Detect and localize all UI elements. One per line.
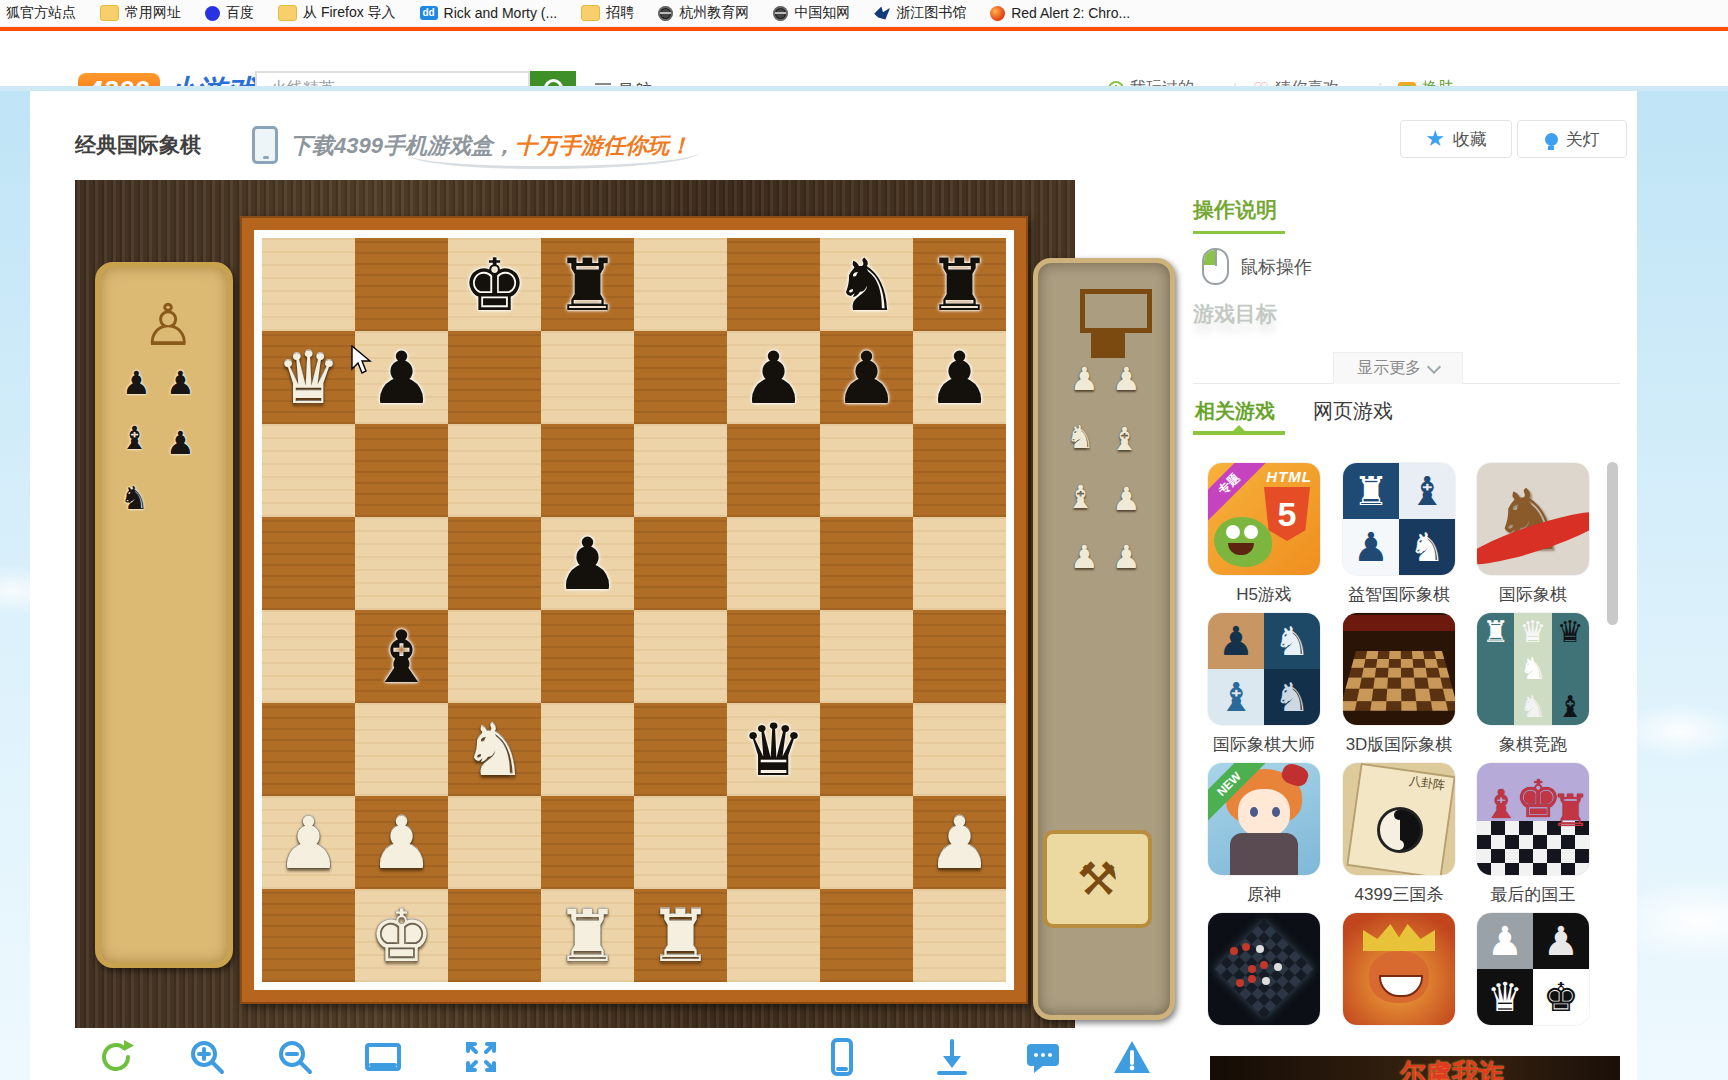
favorite-label: 收藏 <box>1453 128 1487 151</box>
related-game-row4-1[interactable] <box>1343 913 1455 1025</box>
page-title: 经典国际象棋 <box>75 131 201 159</box>
bookmark-招聘[interactable]: 招聘 <box>581 4 634 22</box>
square-c5[interactable] <box>448 517 541 610</box>
related-game-label[interactable]: 最后的国王 <box>1465 883 1601 906</box>
captured-black-tray: ♙ ♟♟♝♟♞ <box>95 262 233 968</box>
related-game-label[interactable]: 益智国际象棋 <box>1331 583 1467 606</box>
related-game-益智国际象棋[interactable]: ♜♝♟♞ <box>1343 463 1455 575</box>
thumb-art-cell: ♞ <box>1264 613 1320 669</box>
square-b3[interactable] <box>355 703 448 796</box>
bookmark-中国知网[interactable]: 中国知网 <box>773 4 850 22</box>
thumb-art <box>1343 913 1455 1025</box>
square-c4[interactable] <box>448 610 541 703</box>
chess-board-border: ♚♜♞♜♛♟♟♟♟♟♝♞♛♟♟♟♚♜♜ <box>254 230 1014 990</box>
square-f7[interactable]: ♟ <box>727 331 820 424</box>
thumb-art-cell: ♛ <box>1552 613 1589 650</box>
square-a2[interactable]: ♟ <box>262 796 355 889</box>
square-f6[interactable] <box>727 424 820 517</box>
show-more-button[interactable]: 显示更多 <box>1333 352 1463 384</box>
lights-off-button[interactable]: 关灯 <box>1517 120 1627 158</box>
related-game-row4-2[interactable]: ♟♟♛♚ <box>1477 913 1589 1025</box>
thumb-art-cell: ♛ <box>1477 969 1533 1025</box>
square-h6[interactable] <box>913 424 1006 517</box>
square-h8[interactable]: ♜ <box>913 238 1006 331</box>
star-icon: ★ <box>1425 130 1445 148</box>
hammer-wrench-icon: ⚒ <box>1077 852 1118 906</box>
square-a8[interactable] <box>262 238 355 331</box>
bookmark-label: Red Alert 2: Chro... <box>1011 5 1130 21</box>
thumb-art: NEW <box>1208 763 1320 875</box>
square-h4[interactable] <box>913 610 1006 703</box>
mouse-operation-label: 鼠标操作 <box>1240 255 1312 279</box>
white-queen-a7[interactable]: ♛ <box>276 342 341 414</box>
white-pawn-b2[interactable]: ♟ <box>369 807 434 879</box>
related-game-label[interactable]: 3D版国际象棋 <box>1331 733 1467 756</box>
chess-board-frame: ♚♜♞♜♛♟♟♟♟♟♝♞♛♟♟♟♚♜♜ <box>240 216 1028 1004</box>
bookmarks-bar: 狐官方站点常用网址百度从 Firefox 导入ddRick and Morty … <box>0 0 1728 27</box>
black-pawn-g7[interactable]: ♟ <box>834 342 899 414</box>
black-king-c8[interactable]: ♚ <box>462 249 527 321</box>
square-c8[interactable]: ♚ <box>448 238 541 331</box>
square-a6[interactable] <box>262 424 355 517</box>
related-game-label[interactable]: 原神 <box>1196 883 1332 906</box>
folder-icon <box>278 5 297 21</box>
bookmark-百度[interactable]: 百度 <box>205 4 254 22</box>
baidu-icon <box>205 6 220 21</box>
square-g1[interactable] <box>820 889 913 982</box>
computer-player-monitor-icon <box>1080 289 1152 333</box>
wing-icon <box>874 7 890 20</box>
square-f4[interactable] <box>727 610 820 703</box>
bookmark-label: Rick and Morty (... <box>444 5 558 21</box>
square-e1[interactable]: ♜ <box>634 889 727 982</box>
thumb-art: ♜♝♟♞ <box>1343 463 1455 575</box>
square-h3[interactable] <box>913 703 1006 796</box>
white-rook-e1[interactable]: ♜ <box>648 900 713 972</box>
thumb-art-cell: ♜ <box>1477 613 1514 650</box>
black-pawn-f7[interactable]: ♟ <box>741 342 806 414</box>
thumb-art <box>1208 913 1320 1025</box>
thumb-art: ♜♛♛♞♞♝ <box>1477 613 1589 725</box>
related-game-国际象棋大师[interactable]: ♟♞♝♞ <box>1208 613 1320 725</box>
instructions-title: 操作说明 <box>1193 196 1277 224</box>
related-game-row4-0[interactable] <box>1208 913 1320 1025</box>
phone-icon <box>252 126 278 164</box>
globe-icon <box>658 6 673 21</box>
square-a3[interactable] <box>262 703 355 796</box>
black-knight-g8[interactable]: ♞ <box>834 249 899 321</box>
square-e4[interactable] <box>634 610 727 703</box>
thumb-art: 八卦阵 <box>1343 763 1455 875</box>
show-more-label: 显示更多 <box>1357 358 1421 379</box>
square-h5[interactable] <box>913 517 1006 610</box>
white-knight-c3[interactable]: ♞ <box>462 714 527 786</box>
square-h2[interactable]: ♟ <box>913 796 1006 889</box>
square-e2[interactable] <box>634 796 727 889</box>
goal-title: 游戏目标 <box>1193 300 1277 328</box>
square-d4[interactable] <box>541 610 634 703</box>
square-g2[interactable] <box>820 796 913 889</box>
captured-white-bishop: ♝ <box>1110 423 1139 455</box>
square-f2[interactable] <box>727 796 820 889</box>
square-d5[interactable]: ♟ <box>541 517 634 610</box>
bookmark-label: 常用网址 <box>125 4 181 22</box>
zoom-out-button[interactable] <box>274 1036 316 1078</box>
related-game-label[interactable]: 国际象棋 <box>1465 583 1601 606</box>
square-b1[interactable]: ♚ <box>355 889 448 982</box>
square-b2[interactable]: ♟ <box>355 796 448 889</box>
thumb-art <box>1343 613 1455 725</box>
settings-tools-button[interactable]: ⚒ <box>1043 830 1152 928</box>
refresh-button[interactable] <box>95 1036 137 1078</box>
square-a1[interactable] <box>262 889 355 982</box>
square-e5[interactable] <box>634 517 727 610</box>
related-game-国际象棋[interactable]: ♞ <box>1477 463 1589 575</box>
square-d8[interactable]: ♜ <box>541 238 634 331</box>
thumb-art-cell <box>1477 650 1514 687</box>
sidebar-scrollbar[interactable] <box>1607 462 1618 625</box>
square-c6[interactable] <box>448 424 541 517</box>
black-bishop-b4[interactable]: ♝ <box>369 621 434 693</box>
square-g6[interactable] <box>820 424 913 517</box>
related-game-label[interactable]: 象棋竞跑 <box>1465 733 1601 756</box>
thumb-art: ♞ <box>1477 463 1589 575</box>
captured-white-pawn: ♟ <box>1112 541 1141 573</box>
black-pawn-h7[interactable]: ♟ <box>927 342 992 414</box>
captured-white-pawn: ♟ <box>1070 363 1099 395</box>
related-game-原神[interactable]: NEW <box>1208 763 1320 875</box>
square-c3[interactable]: ♞ <box>448 703 541 796</box>
captured-black-pawn: ♟ <box>166 367 195 399</box>
square-c1[interactable] <box>448 889 541 982</box>
thumb-art-cell <box>1477 688 1514 725</box>
captured-white-knight: ♞ <box>1066 421 1095 453</box>
captured-black-pawn: ♟ <box>166 427 195 459</box>
white-pawn-h2[interactable]: ♟ <box>927 807 992 879</box>
square-c7[interactable] <box>448 331 541 424</box>
square-g3[interactable] <box>820 703 913 796</box>
square-a5[interactable] <box>262 517 355 610</box>
captured-black-knight: ♞ <box>120 482 149 514</box>
related-game-H5游戏[interactable]: HTML5专题 <box>1208 463 1320 575</box>
globe-icon <box>773 6 788 21</box>
bookmark-狐官方站点[interactable]: 狐官方站点 <box>6 4 76 22</box>
fullscreen-button[interactable] <box>460 1036 502 1078</box>
square-g5[interactable] <box>820 517 913 610</box>
folder-icon <box>581 5 600 21</box>
thumb-art: ♝♚♜ <box>1477 763 1589 875</box>
square-f5[interactable] <box>727 517 820 610</box>
theater-button[interactable] <box>362 1036 404 1078</box>
square-e3[interactable] <box>634 703 727 796</box>
black-rook-h8[interactable]: ♜ <box>927 249 992 321</box>
square-b6[interactable] <box>355 424 448 517</box>
black-player-pawn-icon: ♙ <box>142 291 194 359</box>
square-g4[interactable] <box>820 610 913 703</box>
instructions-underline <box>1193 231 1285 234</box>
bookmark-浙江图书馆[interactable]: 浙江图书馆 <box>874 4 966 22</box>
mouse-icon <box>1202 248 1229 285</box>
bulb-icon <box>1545 133 1558 146</box>
ad-text: 尔虞我诈 <box>1400 1056 1504 1080</box>
site-header: 4399 小游戏 火线精英 导航 我玩过的 | ♡ 猜你喜欢 | 换肤 <box>0 31 1728 86</box>
square-f3[interactable]: ♛ <box>727 703 820 796</box>
bookmark-杭州教育网[interactable]: 杭州教育网 <box>658 4 749 22</box>
square-f8[interactable] <box>727 238 820 331</box>
folder-icon <box>100 5 119 21</box>
bookmark-从 Firefox 导入[interactable]: 从 Firefox 导入 <box>278 4 396 22</box>
related-game-象棋竞跑[interactable]: ♜♛♛♞♞♝ <box>1477 613 1589 725</box>
thumb-art-cell: ♝ <box>1399 463 1455 519</box>
square-e6[interactable] <box>634 424 727 517</box>
thumb-art-cell: ♟ <box>1477 913 1533 969</box>
thumb-art-cell: ♝ <box>1552 688 1589 725</box>
related-game-label[interactable]: 国际象棋大师 <box>1196 733 1332 756</box>
thumb-art-cell: ♞ <box>1264 669 1320 725</box>
bookmark-label: 浙江图书馆 <box>896 4 966 22</box>
square-h7[interactable]: ♟ <box>913 331 1006 424</box>
red-icon <box>990 6 1005 21</box>
bookmark-Rick and Morty (...[interactable]: ddRick and Morty (... <box>420 5 558 21</box>
related-game-label[interactable]: 4399三国杀 <box>1331 883 1467 906</box>
square-c2[interactable] <box>448 796 541 889</box>
thumb-art: ♟♞♝♞ <box>1208 613 1320 725</box>
tab-web-games[interactable]: 网页游戏 <box>1313 398 1393 425</box>
zoom-in-button[interactable] <box>186 1036 228 1078</box>
square-b4[interactable]: ♝ <box>355 610 448 703</box>
square-d7[interactable] <box>541 331 634 424</box>
thumb-art-cell: ♟ <box>1343 519 1399 575</box>
thumb-art-cell: ♟ <box>1208 613 1264 669</box>
square-e8[interactable] <box>634 238 727 331</box>
related-game-3D版国际象棋[interactable] <box>1343 613 1455 725</box>
thumb-art-cell: ♞ <box>1514 650 1551 687</box>
square-b8[interactable] <box>355 238 448 331</box>
thumb-art: ♟♟♛♚ <box>1477 913 1589 1025</box>
bookmark-常用网址[interactable]: 常用网址 <box>100 4 181 22</box>
related-game-最后的国王[interactable]: ♝♚♜ <box>1477 763 1589 875</box>
square-h1[interactable] <box>913 889 1006 982</box>
captured-white-bishop: ♝ <box>1066 481 1095 513</box>
black-pawn-d5[interactable]: ♟ <box>555 528 620 600</box>
active-tab-arrow <box>1232 425 1246 432</box>
bookmark-label: 狐官方站点 <box>6 4 76 22</box>
black-queen-f3[interactable]: ♛ <box>741 714 806 786</box>
captured-white-pawn: ♟ <box>1112 363 1141 395</box>
square-e7[interactable] <box>634 331 727 424</box>
black-pawn-b7[interactable]: ♟ <box>369 342 434 414</box>
bookmark-label: 百度 <box>226 4 254 22</box>
thumb-art-cell: ♞ <box>1399 519 1455 575</box>
thumb-art: HTML5专题 <box>1208 463 1320 575</box>
chevron-down-icon <box>1427 359 1441 373</box>
download-button[interactable] <box>931 1036 973 1078</box>
phone-button[interactable] <box>821 1036 863 1078</box>
captured-white-pawn: ♟ <box>1112 483 1141 515</box>
square-g8[interactable]: ♞ <box>820 238 913 331</box>
tab-related-games[interactable]: 相关游戏 <box>1195 398 1275 425</box>
thumb-art-cell: ♛ <box>1514 613 1551 650</box>
captured-black-pawn: ♟ <box>122 367 151 399</box>
ad-banner[interactable]: 尔虞我诈 <box>1210 1056 1620 1080</box>
dd-icon: dd <box>420 6 438 20</box>
bookmark-label: 杭州教育网 <box>679 4 749 22</box>
thumb-art-cell: ♜ <box>1343 463 1399 519</box>
square-d1[interactable]: ♜ <box>541 889 634 982</box>
square-f1[interactable] <box>727 889 820 982</box>
thumb-art-cell: ♞ <box>1514 688 1551 725</box>
captured-white-pawn: ♟ <box>1070 541 1099 573</box>
related-game-label[interactable]: H5游戏 <box>1196 583 1332 606</box>
warning-button[interactable] <box>1111 1036 1153 1078</box>
white-rook-d1[interactable]: ♜ <box>555 900 620 972</box>
bookmark-label: 招聘 <box>606 4 634 22</box>
square-d6[interactable] <box>541 424 634 517</box>
mouse-cursor <box>350 345 372 375</box>
square-a4[interactable] <box>262 610 355 703</box>
square-a7[interactable]: ♛ <box>262 331 355 424</box>
related-game-4399三国杀[interactable]: 八卦阵 <box>1343 763 1455 875</box>
black-rook-d8[interactable]: ♜ <box>555 249 620 321</box>
thumb-art-cell: ♝ <box>1208 669 1264 725</box>
lights-off-label: 关灯 <box>1566 128 1600 151</box>
favorite-button[interactable]: ★ 收藏 <box>1400 120 1512 158</box>
white-king-b1[interactable]: ♚ <box>369 900 434 972</box>
game-area: ♙ ♟♟♝♟♞ ♚♜♞♜♛♟♟♟♟♟♝♞♛♟♟♟♚♜♜ ♟♟♞♝♝♟♟♟ ⚒ <box>75 180 1075 1028</box>
thumb-art-cell: ♟ <box>1533 913 1589 969</box>
square-g7[interactable]: ♟ <box>820 331 913 424</box>
thumb-art-cell <box>1552 650 1589 687</box>
square-d3[interactable] <box>541 703 634 796</box>
bookmark-label: 中国知网 <box>794 4 850 22</box>
white-pawn-a2[interactable]: ♟ <box>276 807 341 879</box>
bookmark-Red Alert 2: Chro...[interactable]: Red Alert 2: Chro... <box>990 5 1130 21</box>
square-b5[interactable] <box>355 517 448 610</box>
thumb-art-cell: ♚ <box>1533 969 1589 1025</box>
comment-button[interactable] <box>1022 1036 1064 1078</box>
captured-black-bishop: ♝ <box>120 422 149 454</box>
bookmark-label: 从 Firefox 导入 <box>303 4 396 22</box>
square-d2[interactable] <box>541 796 634 889</box>
chess-board: ♚♜♞♜♛♟♟♟♟♟♝♞♛♟♟♟♚♜♜ <box>262 238 1006 982</box>
